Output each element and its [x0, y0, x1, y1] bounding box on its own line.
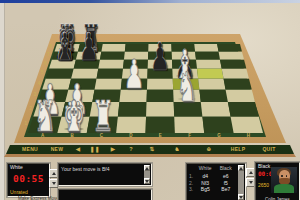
file-label-h: H — [247, 134, 250, 139]
piece-shadow — [80, 55, 98, 59]
hint-message-text: Your best move is Bf4 — [61, 166, 143, 172]
piece-white-knight-a1[interactable]: ♞ — [34, 96, 56, 139]
file-label-g: G — [217, 134, 221, 139]
piece-shadow — [67, 111, 88, 115]
move-list-header: White Black — [195, 166, 236, 171]
piece-shadow — [58, 47, 76, 51]
piece-shadow — [67, 111, 88, 115]
black-clock-side-label: Black — [258, 164, 270, 169]
piece-set-icon[interactable]: ♞ — [174, 147, 179, 152]
piece-shadow — [58, 47, 76, 51]
piece-black-rook-a8[interactable]: ♜ — [58, 21, 77, 58]
white-clock-panel: White 00:55 Unrated — [7, 163, 50, 197]
white-clock-side-label: White — [10, 165, 23, 170]
scroll-down-icon — [145, 180, 149, 183]
scroll-down-button[interactable] — [238, 194, 244, 200]
piece-shadow — [92, 127, 113, 131]
rank-label-1: 1 — [24, 122, 27, 127]
piece-shadow — [124, 85, 144, 89]
piece-black-queen-a8[interactable]: ♛ — [58, 21, 77, 58]
piece-white-pawn-d4[interactable]: ♟ — [124, 56, 145, 96]
piece-black-bishop-a7[interactable]: ♝ — [55, 28, 74, 65]
black-player-panel: Black 00:03 2650 Colin James — [255, 162, 300, 200]
file-label-f: F — [188, 134, 191, 139]
piece-shadow — [67, 111, 88, 115]
piece-white-rook-a1[interactable]: ♜ — [34, 96, 56, 139]
rank-label-8: 8 — [50, 45, 53, 50]
title-bar[interactable] — [0, 0, 300, 3]
black-rating-label: 2650 — [258, 183, 269, 188]
piece-shadow — [56, 55, 74, 59]
move-list-scrollbar[interactable] — [238, 165, 244, 200]
piece-shadow — [80, 55, 98, 59]
spin-down-icon — [52, 182, 56, 185]
piece-shadow — [56, 55, 74, 59]
piece-shadow — [58, 47, 76, 51]
piece-black-knight-b8[interactable]: ♞ — [81, 21, 100, 58]
rank-label-5: 5 — [41, 71, 44, 76]
piece-black-pawn-b7[interactable]: ♟ — [79, 28, 98, 65]
piece-shadow — [151, 64, 170, 68]
file-label-c: C — [100, 134, 103, 139]
avatar-shirt — [274, 184, 294, 193]
piece-shadow — [56, 55, 74, 59]
scroll-up-icon — [239, 167, 243, 170]
make-move-label[interactable]: Make Express Move — [18, 196, 59, 200]
window-icon[interactable]: ⊕ — [207, 147, 212, 152]
piece-white-bishop-b1[interactable]: ♝ — [63, 96, 85, 139]
file-label-b: B — [70, 134, 73, 139]
quit-button[interactable]: QUIT — [262, 147, 275, 152]
piece-shadow — [39, 111, 60, 115]
file-label-e: E — [159, 134, 162, 139]
scroll-up-icon — [145, 167, 149, 170]
scroll-down-icon — [239, 196, 243, 199]
opponent-name: Colin James — [256, 197, 299, 200]
move-list-rows: 1.d4e62.Nf3f53.Bg5Be7 — [189, 173, 236, 193]
avatar-eye — [281, 175, 283, 177]
spin-down-icon — [249, 181, 253, 184]
piece-white-bishop-f5[interactable]: ♝ — [175, 46, 195, 85]
back-icon[interactable]: ◀ — [76, 147, 81, 152]
piece-black-pawn-a7[interactable]: ♟ — [55, 28, 74, 65]
rank-label-7: 7 — [47, 53, 50, 58]
piece-shadow — [63, 127, 84, 131]
spin-up-button[interactable] — [246, 168, 255, 177]
piece-white-pawn-a2[interactable]: ♟ — [39, 81, 61, 123]
piece-black-pawn-e6[interactable]: ♟ — [150, 37, 170, 75]
piece-shadow — [67, 111, 88, 115]
piece-shadow — [39, 111, 60, 115]
forward-icon[interactable]: ▶ — [111, 147, 116, 152]
help-button[interactable]: HELP — [231, 147, 246, 152]
piece-shadow — [35, 127, 56, 131]
rank-label-4: 4 — [38, 82, 41, 87]
file-label-a: A — [41, 134, 44, 139]
scroll-down-button[interactable] — [144, 178, 150, 184]
window-border — [0, 3, 5, 200]
piece-white-king-b1[interactable]: ♚ — [63, 96, 85, 139]
secondary-message-box — [58, 189, 152, 200]
piece-white-knight-f3[interactable]: ♞ — [176, 67, 197, 108]
move-row[interactable]: 3.Bg5Be7 — [189, 186, 236, 193]
hint-message-box: Your best move is Bf4 — [58, 163, 152, 186]
file-label-d: D — [129, 134, 132, 139]
piece-white-pawn-b2[interactable]: ♟ — [66, 81, 88, 123]
piece-white-pawn-a2[interactable]: ♟ — [39, 81, 61, 123]
move-san: Bg5 — [195, 186, 216, 193]
piece-white-pawn-a2[interactable]: ♟ — [39, 81, 61, 123]
scroll-up-button[interactable] — [144, 165, 150, 171]
piece-black-bishop-a8[interactable]: ♝ — [58, 21, 77, 58]
move-san: Be7 — [216, 186, 237, 193]
piece-shadow — [63, 127, 84, 131]
rank-label-6: 6 — [44, 62, 47, 67]
spin-down-button[interactable] — [49, 179, 58, 188]
piece-black-pawn-a7[interactable]: ♟ — [55, 28, 74, 65]
piece-shadow — [177, 97, 197, 101]
piece-shadow — [81, 47, 99, 51]
spin-down-button[interactable] — [246, 178, 255, 187]
pause-icon[interactable]: ❚❚ — [90, 147, 100, 152]
piece-black-knight-a8[interactable]: ♞ — [58, 21, 77, 58]
piece-shadow — [56, 55, 74, 59]
piece-white-queen-b1[interactable]: ♛ — [63, 96, 85, 139]
spin-up-icon — [52, 172, 56, 175]
piece-black-pawn-a7[interactable]: ♟ — [55, 28, 74, 65]
spin-up-button[interactable] — [49, 169, 58, 178]
scroll-up-button[interactable] — [238, 165, 244, 171]
move-list-header-white: White — [195, 166, 216, 171]
piece-shadow — [58, 47, 76, 51]
white-clock-time: 00:55 — [8, 173, 49, 184]
piece-white-pawn-b2[interactable]: ♟ — [66, 81, 88, 123]
piece-shadow — [39, 111, 60, 115]
flip-board-icon[interactable]: ⇅ — [150, 147, 155, 152]
piece-white-pawn-b2[interactable]: ♟ — [66, 81, 88, 123]
piece-shadow — [63, 127, 84, 131]
piece-white-pawn-b2[interactable]: ♟ — [66, 81, 88, 123]
piece-white-rook-c1[interactable]: ♜ — [92, 96, 114, 139]
white-rating-label: Unrated — [10, 190, 28, 195]
rank-label-3: 3 — [34, 93, 37, 98]
move-list-panel: White Black 1.d4e62.Nf3f53.Bg5Be7 — [186, 163, 246, 200]
spin-up-icon — [249, 171, 253, 174]
message-scrollbar[interactable] — [144, 165, 150, 184]
piece-shadow — [175, 74, 194, 78]
piece-shadow — [58, 47, 76, 51]
avatar-eye — [286, 175, 288, 177]
piece-shadow — [56, 55, 74, 59]
opponent-avatar — [271, 167, 297, 193]
hint-icon[interactable]: ? — [129, 147, 133, 152]
piece-black-pawn-f5[interactable]: ♟ — [175, 46, 195, 85]
chess-app-window: ABCDEFGH12345678 ♜♞♝♛♚♞♜♟♟♟♟♝♟♟♟♟♝♟♞♟♟♟♟… — [0, 0, 300, 200]
piece-black-king-a8[interactable]: ♚ — [58, 21, 77, 58]
piece-black-pawn-b7[interactable]: ♟ — [79, 28, 98, 65]
piece-black-rook-b8[interactable]: ♜ — [81, 21, 100, 58]
piece-shadow — [175, 74, 194, 78]
piece-shadow — [81, 47, 99, 51]
new-button[interactable]: NEW — [51, 147, 64, 152]
piece-black-pawn-a7[interactable]: ♟ — [55, 28, 74, 65]
piece-shadow — [35, 127, 56, 131]
menu-button[interactable]: MENU — [22, 147, 38, 152]
rank-label-2: 2 — [29, 107, 32, 112]
move-list-header-black: Black — [216, 166, 237, 171]
